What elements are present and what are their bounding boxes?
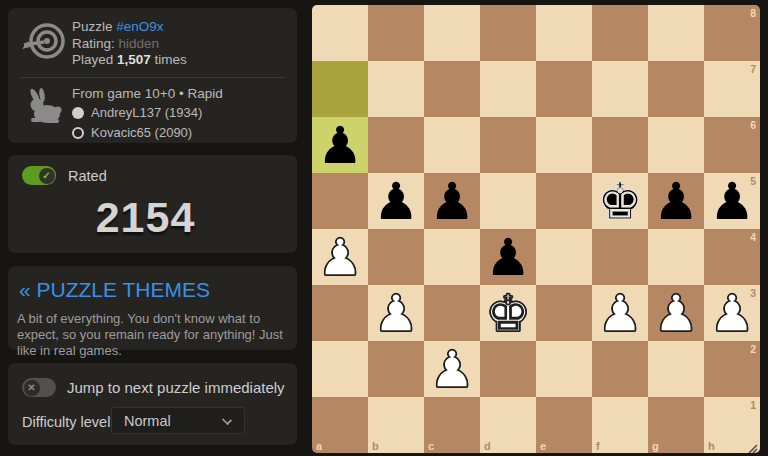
puzzle-themes-panel: « PUZZLE THEMES A bit of everything. You… (8, 266, 297, 350)
square-e4[interactable] (536, 229, 592, 285)
square-a4[interactable]: ♟ (312, 229, 368, 285)
square-e6[interactable] (536, 117, 592, 173)
square-h3[interactable]: 3♟ (704, 285, 760, 341)
rank-coordinate-2: 2 (750, 343, 756, 355)
rank-coordinate-7: 7 (750, 63, 756, 75)
difficulty-select[interactable]: Normal (111, 407, 245, 434)
square-b5[interactable]: ♟ (368, 173, 424, 229)
player-white-row: AndreyL137 (1934) (72, 105, 223, 122)
file-coordinate-e: e (540, 440, 546, 452)
jump-next-toggle[interactable]: ✕ (22, 378, 56, 397)
jump-next-label: Jump to next puzzle immediately (67, 379, 285, 396)
puzzle-info-panel: Puzzle #enO9x Rating: hidden Played 1,50… (8, 8, 297, 143)
played-count: 1,507 (117, 52, 151, 67)
square-f6[interactable] (592, 117, 648, 173)
played-label: Played (72, 52, 113, 67)
square-c8[interactable] (424, 5, 480, 61)
square-h5[interactable]: 5♟ (704, 173, 760, 229)
black-player-name: Kovacic65 (2090) (91, 125, 192, 142)
piece-wP-f3[interactable]: ♟ (592, 285, 648, 341)
square-d1[interactable]: d (480, 397, 536, 453)
check-icon: ✓ (39, 168, 55, 184)
square-e7[interactable] (536, 61, 592, 117)
square-e5[interactable] (536, 173, 592, 229)
square-a2[interactable] (312, 341, 368, 397)
square-b6[interactable] (368, 117, 424, 173)
square-g3[interactable]: ♟ (648, 285, 704, 341)
square-f1[interactable]: f (592, 397, 648, 453)
rating-panel: ✓ Rated 2154 (8, 155, 297, 253)
piece-wP-h3[interactable]: ♟ (704, 285, 760, 341)
square-h2[interactable]: 2 (704, 341, 760, 397)
file-coordinate-a: a (316, 440, 322, 452)
rated-toggle[interactable]: ✓ (22, 166, 56, 185)
square-g7[interactable] (648, 61, 704, 117)
square-h4[interactable]: 4 (704, 229, 760, 285)
chess-board: 87♟6♟♟♚♟5♟♟♟4♟♚♟♟3♟♟2abcdefg1h (312, 5, 760, 453)
rating-label: Rating: (72, 36, 115, 51)
piece-bP-g5[interactable]: ♟ (648, 173, 704, 229)
white-player-icon (72, 107, 84, 119)
square-d5[interactable] (480, 173, 536, 229)
square-b2[interactable] (368, 341, 424, 397)
rank-coordinate-1: 1 (750, 399, 756, 411)
square-a6[interactable]: ♟ (312, 117, 368, 173)
rank-coordinate-6: 6 (750, 119, 756, 131)
square-f4[interactable] (592, 229, 648, 285)
black-player-icon (72, 127, 84, 139)
square-f7[interactable] (592, 61, 648, 117)
square-b8[interactable] (368, 5, 424, 61)
square-g8[interactable] (648, 5, 704, 61)
piece-bP-d4[interactable]: ♟ (480, 229, 536, 285)
square-f2[interactable] (592, 341, 648, 397)
square-f5[interactable]: ♚ (592, 173, 648, 229)
square-b3[interactable]: ♟ (368, 285, 424, 341)
square-c3[interactable] (424, 285, 480, 341)
square-a7[interactable] (312, 61, 368, 117)
square-g1[interactable]: g (648, 397, 704, 453)
file-coordinate-d: d (484, 440, 491, 452)
square-a8[interactable] (312, 5, 368, 61)
square-h6[interactable]: 6 (704, 117, 760, 173)
played-suffix: times (155, 52, 187, 67)
square-c4[interactable] (424, 229, 480, 285)
piece-bK-f5[interactable]: ♚ (592, 173, 648, 229)
puzzle-themes-link[interactable]: « PUZZLE THEMES (19, 278, 285, 302)
square-h7[interactable]: 7 (704, 61, 760, 117)
rabbit-icon (25, 88, 63, 128)
square-h8[interactable]: 8 (704, 5, 760, 61)
piece-wP-a4[interactable]: ♟ (312, 229, 368, 285)
piece-wP-c2[interactable]: ♟ (424, 341, 480, 397)
square-c5[interactable]: ♟ (424, 173, 480, 229)
square-g4[interactable] (648, 229, 704, 285)
file-coordinate-f: f (596, 440, 600, 452)
piece-wK-d3[interactable]: ♚ (480, 285, 536, 341)
file-coordinate-b: b (372, 440, 379, 452)
piece-wP-b3[interactable]: ♟ (368, 285, 424, 341)
file-coordinate-g: g (652, 440, 659, 452)
puzzle-page: Puzzle #enO9x Rating: hidden Played 1,50… (0, 0, 768, 456)
square-f3[interactable]: ♟ (592, 285, 648, 341)
user-puzzle-rating: 2154 (8, 193, 283, 242)
square-g5[interactable]: ♟ (648, 173, 704, 229)
piece-bP-c5[interactable]: ♟ (424, 173, 480, 229)
file-coordinate-c: c (428, 440, 434, 452)
board-resize-handle[interactable] (747, 440, 758, 451)
square-c2[interactable]: ♟ (424, 341, 480, 397)
rank-coordinate-4: 4 (750, 231, 756, 243)
sidebar: Puzzle #enO9x Rating: hidden Played 1,50… (0, 0, 312, 456)
rated-label: Rated (68, 168, 107, 184)
square-d2[interactable] (480, 341, 536, 397)
square-g6[interactable] (648, 117, 704, 173)
difficulty-label: Difficulty level (22, 414, 110, 430)
file-coordinate-h: h (708, 440, 715, 452)
target-icon (22, 21, 66, 67)
square-d3[interactable]: ♚ (480, 285, 536, 341)
puzzle-label: Puzzle (72, 19, 113, 34)
piece-bP-h5[interactable]: ♟ (704, 173, 760, 229)
piece-bP-a6[interactable]: ♟ (312, 117, 368, 173)
square-d8[interactable] (480, 5, 536, 61)
white-player-name: AndreyL137 (1934) (91, 105, 202, 122)
square-b7[interactable] (368, 61, 424, 117)
piece-wP-g3[interactable]: ♟ (648, 285, 704, 341)
settings-panel: ✕ Jump to next puzzle immediately Diffic… (8, 363, 297, 445)
square-c6[interactable] (424, 117, 480, 173)
chevron-down-icon (222, 415, 232, 425)
rating-value: hidden (119, 36, 160, 51)
square-e3[interactable] (536, 285, 592, 341)
square-b1[interactable]: b (368, 397, 424, 453)
from-game-label: From game 10+0 • Rapid (72, 86, 223, 103)
square-d7[interactable] (480, 61, 536, 117)
player-black-row: Kovacic65 (2090) (72, 125, 223, 142)
piece-bP-b5[interactable]: ♟ (368, 173, 424, 229)
square-a5[interactable] (312, 173, 368, 229)
puzzle-themes-description: A bit of everything. You don't know what… (17, 311, 285, 359)
cross-icon: ✕ (24, 380, 40, 396)
square-e8[interactable] (536, 5, 592, 61)
square-d6[interactable] (480, 117, 536, 173)
square-f8[interactable] (592, 5, 648, 61)
square-g2[interactable] (648, 341, 704, 397)
square-a1[interactable]: a (312, 397, 368, 453)
square-e1[interactable]: e (536, 397, 592, 453)
square-d4[interactable]: ♟ (480, 229, 536, 285)
square-e2[interactable] (536, 341, 592, 397)
difficulty-value: Normal (124, 413, 171, 429)
square-a3[interactable] (312, 285, 368, 341)
rank-coordinate-8: 8 (750, 7, 756, 19)
puzzle-id-link[interactable]: #enO9x (116, 19, 163, 34)
square-c1[interactable]: c (424, 397, 480, 453)
square-c7[interactable] (424, 61, 480, 117)
divider (20, 77, 285, 78)
square-b4[interactable] (368, 229, 424, 285)
